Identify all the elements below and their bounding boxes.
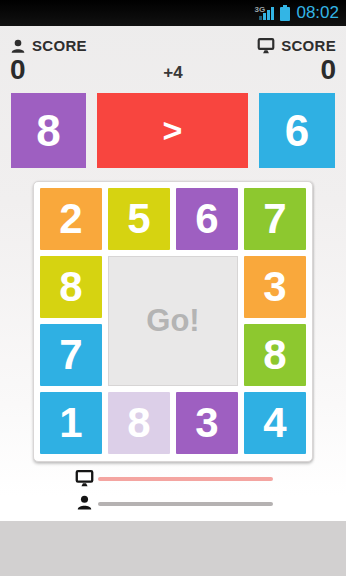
computer-score-header: SCORE bbox=[257, 37, 336, 54]
grid-tile[interactable]: 7 bbox=[244, 188, 306, 250]
comparison-left-tile[interactable]: 8 bbox=[11, 93, 86, 168]
computer-score-label: SCORE bbox=[281, 37, 336, 54]
number-grid: Go! 2 5 6 7 8 3 7 8 1 8 3 4 bbox=[40, 188, 306, 454]
player-score-label: SCORE bbox=[32, 37, 87, 54]
grid-tile[interactable]: 3 bbox=[244, 256, 306, 318]
number-board-card: Go! 2 5 6 7 8 3 7 8 1 8 3 4 bbox=[33, 181, 313, 462]
grid-tile[interactable]: 5 bbox=[108, 188, 170, 250]
grid-tile[interactable]: 3 bbox=[176, 392, 238, 454]
person-icon bbox=[76, 493, 93, 512]
clock-time: 08:02 bbox=[296, 0, 339, 26]
comparison-operator-tile: > bbox=[97, 93, 248, 168]
grid-tile[interactable]: 2 bbox=[40, 188, 102, 250]
signal-bars-icon bbox=[259, 7, 274, 20]
status-bar: 3G 08:02 bbox=[0, 0, 346, 26]
grid-tile[interactable]: 8 bbox=[244, 324, 306, 386]
player-timer-icon bbox=[76, 493, 93, 516]
grid-tile[interactable]: 4 bbox=[244, 392, 306, 454]
player-timer-bar bbox=[98, 502, 273, 506]
grid-tile[interactable]: 6 bbox=[176, 188, 238, 250]
comparison-right-tile[interactable]: 6 bbox=[259, 93, 335, 168]
person-icon bbox=[10, 38, 26, 54]
computer-score-value: 0 bbox=[320, 56, 336, 84]
grid-tile[interactable]: 1 bbox=[40, 392, 102, 454]
round-bonus: +4 bbox=[0, 63, 346, 83]
grid-tile[interactable]: 7 bbox=[40, 324, 102, 386]
signal-strength-icon: 3G bbox=[254, 4, 274, 22]
grid-tile[interactable]: 8 bbox=[40, 256, 102, 318]
app-screen: 3G 08:02 SCORE SCORE 0 +4 0 8 > 6 Go! 2 … bbox=[0, 0, 346, 576]
grid-tile[interactable]: 8 bbox=[108, 392, 170, 454]
monitor-icon bbox=[75, 470, 94, 487]
bottom-gray-band bbox=[0, 521, 346, 576]
computer-timer-bar bbox=[98, 477, 273, 481]
battery-icon bbox=[280, 7, 290, 21]
computer-timer-icon bbox=[75, 470, 94, 491]
monitor-icon bbox=[257, 38, 275, 54]
player-score-header: SCORE bbox=[10, 37, 87, 54]
go-button[interactable]: Go! bbox=[108, 256, 238, 386]
